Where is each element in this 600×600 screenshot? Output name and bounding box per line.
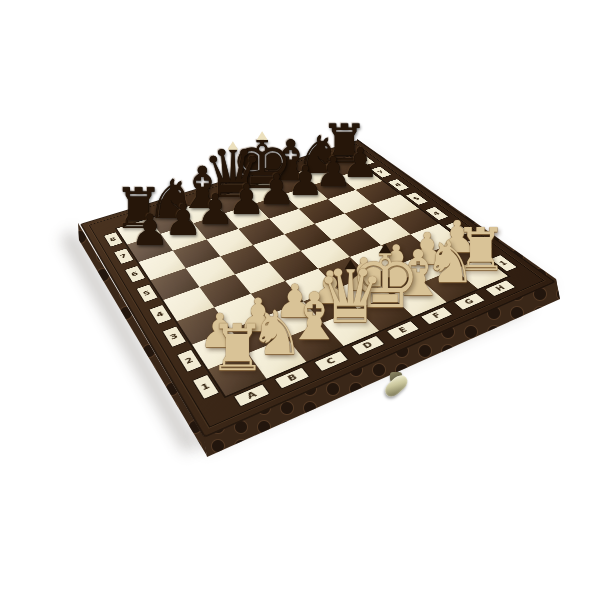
black-pawn[interactable]: ♟ <box>164 199 203 242</box>
white-rook[interactable]: ♜ <box>208 316 265 380</box>
photo-scene: A88B77C66D55E44F33G22H11 ♜♞♝♛♚♝♞♜♟♟♟♟♟♟♟… <box>0 0 600 600</box>
crown-tip-icon <box>227 141 238 150</box>
rank-label-left-6: 6 <box>125 266 145 282</box>
crown-tip-icon <box>344 259 356 269</box>
brass-clasp <box>388 372 422 406</box>
rank-label-left-5: 5 <box>136 285 157 303</box>
black-pawn[interactable]: ♟ <box>131 209 170 252</box>
